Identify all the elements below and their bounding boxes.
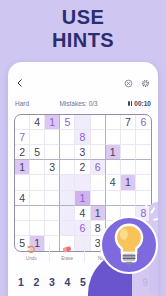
numpad-3[interactable]: 3 [49, 276, 55, 288]
cell-r4c1[interactable]: 1 [15, 160, 30, 175]
cell-r5c5[interactable] [75, 175, 90, 190]
cell-r8c4[interactable] [60, 221, 75, 236]
undo-icon [26, 244, 36, 254]
cell-r5c4[interactable] [60, 175, 75, 190]
cell-r5c8[interactable]: 1 [121, 175, 136, 190]
cell-r2c5[interactable]: 8 [75, 130, 90, 145]
undo-button[interactable]: Undo [14, 243, 49, 262]
cell-r4c6[interactable]: 6 [91, 160, 106, 175]
cell-r3c5[interactable]: 3 [75, 145, 90, 160]
cell-r1c6[interactable] [91, 115, 106, 130]
lightbulb-icon [111, 223, 147, 268]
cell-r7c5[interactable]: 4 [75, 206, 90, 221]
cell-r6c2[interactable] [30, 191, 45, 206]
cell-r4c4[interactable] [60, 160, 75, 175]
cell-r3c9[interactable] [136, 145, 151, 160]
cell-r6c4[interactable] [60, 191, 75, 206]
phone-screen-card: Hard Mistakes: 0/3 00:10 415767825311326… [8, 62, 158, 296]
cell-r6c5[interactable]: 1 [75, 191, 90, 206]
cell-r3c2[interactable]: 5 [30, 145, 45, 160]
cell-r2c8[interactable] [121, 130, 136, 145]
cell-r6c6[interactable] [91, 191, 106, 206]
numpad-4[interactable]: 4 [65, 276, 71, 288]
cell-r2c6[interactable] [91, 130, 106, 145]
cell-r8c5[interactable]: 6 [75, 221, 90, 236]
cell-r2c7[interactable] [106, 130, 121, 145]
cell-r7c2[interactable] [30, 206, 45, 221]
cell-r2c1[interactable]: 7 [15, 130, 30, 145]
cell-r4c3[interactable]: 3 [45, 160, 60, 175]
cell-r4c8[interactable] [121, 160, 136, 175]
promo-screen: { "game": "sudoku", "position": ".415...… [0, 0, 166, 296]
back-chevron-icon[interactable] [15, 78, 25, 88]
cell-r7c3[interactable] [45, 206, 60, 221]
cell-r2c9[interactable] [136, 130, 151, 145]
cell-r5c9[interactable] [136, 175, 151, 190]
circle-x-icon[interactable] [124, 79, 133, 88]
cell-r1c3[interactable]: 1 [45, 115, 60, 130]
cell-r3c6[interactable] [91, 145, 106, 160]
cell-r1c8[interactable]: 7 [121, 115, 136, 130]
gear-icon[interactable] [141, 79, 150, 88]
cell-r5c1[interactable] [15, 175, 30, 190]
cell-r6c8[interactable] [121, 191, 136, 206]
numpad-5[interactable]: 5 [80, 276, 86, 288]
cell-r5c7[interactable]: 4 [106, 175, 121, 190]
timer: 00:10 [134, 100, 151, 107]
cell-r6c1[interactable]: 4 [15, 191, 30, 206]
cell-r2c3[interactable] [45, 130, 60, 145]
tool-label: Erase [61, 256, 73, 261]
promo-title-line1: USE [0, 6, 166, 29]
promo-title: USE HINTS [0, 6, 166, 52]
cell-r8c3[interactable] [45, 221, 60, 236]
cell-r1c5[interactable] [75, 115, 90, 130]
cell-r3c3[interactable] [45, 145, 60, 160]
difficulty-label: Hard [15, 100, 29, 107]
cell-r4c5[interactable]: 2 [75, 160, 90, 175]
cell-r1c2[interactable]: 4 [30, 115, 45, 130]
cell-r1c1[interactable] [15, 115, 30, 130]
cell-r5c3[interactable] [45, 175, 60, 190]
numpad-1[interactable]: 1 [18, 276, 24, 288]
cell-r4c9[interactable] [136, 160, 151, 175]
cell-r5c2[interactable] [30, 175, 45, 190]
cell-r3c8[interactable] [121, 145, 136, 160]
cell-r7c4[interactable] [60, 206, 75, 221]
cell-r7c6[interactable]: 1 [91, 206, 106, 221]
cell-r6c3[interactable] [45, 191, 60, 206]
cell-r8c1[interactable] [15, 221, 30, 236]
cell-r3c4[interactable] [60, 145, 75, 160]
game-topbar [15, 77, 150, 89]
eraser-icon [62, 244, 72, 254]
cell-r6c9[interactable] [136, 191, 151, 206]
cell-r2c4[interactable] [60, 130, 75, 145]
cell-r5c6[interactable] [91, 175, 106, 190]
cell-r3c7[interactable]: 1 [106, 145, 121, 160]
hint-bulb-button[interactable] [100, 216, 158, 274]
cell-r2c2[interactable] [30, 130, 45, 145]
cell-r4c7[interactable] [106, 160, 121, 175]
pause-icon[interactable] [128, 101, 132, 106]
cell-r1c9[interactable]: 6 [136, 115, 151, 130]
mistakes-counter: Mistakes: 0/3 [59, 100, 97, 107]
cell-r1c4[interactable]: 5 [60, 115, 75, 130]
cell-r4c2[interactable] [30, 160, 45, 175]
erase-button[interactable]: Erase [49, 243, 85, 262]
tool-label: Undo [26, 256, 37, 261]
cell-r1c7[interactable] [106, 115, 121, 130]
cell-r7c1[interactable] [15, 206, 30, 221]
status-bar: Hard Mistakes: 0/3 00:10 [15, 99, 151, 108]
cell-r3c1[interactable]: 2 [15, 145, 30, 160]
cell-r8c2[interactable] [30, 221, 45, 236]
cell-r6c7[interactable] [106, 191, 121, 206]
promo-title-line2: HINTS [0, 29, 166, 52]
numpad-2[interactable]: 2 [34, 276, 40, 288]
